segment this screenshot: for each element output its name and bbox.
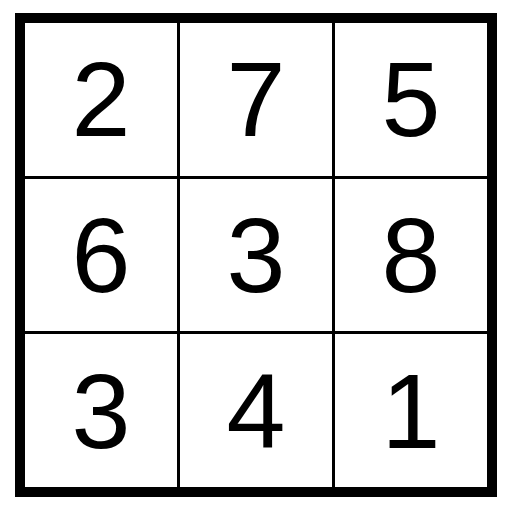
cell-r3c3[interactable]: 1 (335, 334, 487, 487)
cell-r2c1[interactable]: 6 (25, 179, 177, 332)
cell-r3c1[interactable]: 3 (25, 334, 177, 487)
cell-digit: 2 (72, 46, 131, 152)
cell-r1c2[interactable]: 7 (180, 23, 332, 176)
cell-digit: 3 (227, 202, 286, 308)
number-grid-board: 275638341 (15, 13, 497, 497)
cell-r2c2[interactable]: 3 (180, 179, 332, 332)
cell-digit: 6 (72, 202, 131, 308)
cell-r1c3[interactable]: 5 (335, 23, 487, 176)
cell-r1c1[interactable]: 2 (25, 23, 177, 176)
cell-digit: 3 (72, 358, 131, 464)
cell-digit: 8 (382, 202, 441, 308)
cell-digit: 7 (227, 46, 286, 152)
cell-r2c3[interactable]: 8 (335, 179, 487, 332)
cell-r3c2[interactable]: 4 (180, 334, 332, 487)
cell-digit: 1 (382, 358, 441, 464)
cell-digit: 4 (227, 358, 286, 464)
cell-digit: 5 (382, 46, 441, 152)
